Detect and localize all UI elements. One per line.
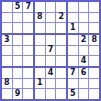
cell-r1c5[interactable] xyxy=(46,2,56,12)
cell-r5c5[interactable]: 7 xyxy=(46,46,56,56)
cell-r5c2[interactable] xyxy=(13,46,23,56)
cell-r5c4[interactable] xyxy=(35,46,45,56)
cell-r7c9[interactable] xyxy=(89,68,99,78)
cell-r6c4[interactable] xyxy=(35,56,45,66)
cell-r9c9[interactable] xyxy=(89,89,99,99)
cell-r4c9[interactable]: 8 xyxy=(89,35,99,45)
cell-r1c7[interactable] xyxy=(68,2,78,12)
cell-r3c5[interactable] xyxy=(46,23,56,33)
cell-r3c9[interactable] xyxy=(89,23,99,33)
cell-r2c3[interactable] xyxy=(23,13,33,23)
cell-r6c1[interactable] xyxy=(2,56,12,66)
cell-r6c7[interactable] xyxy=(68,56,78,66)
sudoku-block-8: 41 xyxy=(35,68,66,99)
cell-r9c1[interactable] xyxy=(2,89,12,99)
cell-r2c4[interactable]: 8 xyxy=(35,13,45,23)
cell-r6c5[interactable] xyxy=(46,56,56,66)
cell-r8c2[interactable] xyxy=(13,79,23,89)
cell-r3c1[interactable] xyxy=(2,23,12,33)
cell-r7c3[interactable] xyxy=(23,68,33,78)
cell-r8c8[interactable] xyxy=(79,79,89,89)
cell-r5c1[interactable] xyxy=(2,46,12,56)
cell-r4c7[interactable] xyxy=(68,35,78,45)
cell-r3c3[interactable] xyxy=(23,23,33,33)
cell-r7c7[interactable]: 7 xyxy=(68,68,78,78)
sudoku-block-4: 3 xyxy=(2,35,33,66)
cell-r1c8[interactable] xyxy=(79,2,89,12)
cell-r1c1[interactable] xyxy=(2,2,12,12)
cell-r8c9[interactable] xyxy=(89,79,99,89)
cell-r2c1[interactable] xyxy=(2,13,12,23)
cell-r3c8[interactable] xyxy=(79,23,89,33)
cell-r9c8[interactable] xyxy=(79,89,89,99)
cell-r4c2[interactable] xyxy=(13,35,23,45)
cell-r4c4[interactable] xyxy=(35,35,45,45)
sudoku-block-6: 284 xyxy=(68,35,99,66)
cell-r2c7[interactable] xyxy=(68,13,78,23)
cell-r6c9[interactable] xyxy=(89,56,99,66)
cell-r5c8[interactable] xyxy=(79,46,89,56)
sudoku-block-2: 82 xyxy=(35,2,66,33)
cell-r8c5[interactable] xyxy=(46,79,56,89)
cell-r3c7[interactable]: 1 xyxy=(68,23,78,33)
cell-r6c2[interactable] xyxy=(13,56,23,66)
cell-r7c1[interactable] xyxy=(2,68,12,78)
cell-r9c6[interactable] xyxy=(56,89,66,99)
cell-r4c6[interactable] xyxy=(56,35,66,45)
cell-r3c2[interactable] xyxy=(13,23,23,33)
cell-r4c1[interactable]: 3 xyxy=(2,35,12,45)
cell-r2c8[interactable] xyxy=(79,13,89,23)
cell-r4c5[interactable] xyxy=(46,35,56,45)
cell-r1c9[interactable] xyxy=(89,2,99,12)
cell-r5c9[interactable] xyxy=(89,46,99,56)
cell-r4c3[interactable] xyxy=(23,35,33,45)
cell-r5c3[interactable] xyxy=(23,46,33,56)
cell-r3c4[interactable] xyxy=(35,23,45,33)
cell-r1c3[interactable]: 7 xyxy=(23,2,33,12)
cell-r2c5[interactable] xyxy=(46,13,56,23)
cell-r5c6[interactable] xyxy=(56,46,66,56)
cell-r4c8[interactable]: 2 xyxy=(79,35,89,45)
sudoku-block-3: 1 xyxy=(68,2,99,33)
cell-r9c7[interactable]: 5 xyxy=(68,89,78,99)
cell-r9c3[interactable] xyxy=(23,89,33,99)
cell-r9c5[interactable] xyxy=(46,89,56,99)
sudoku-block-9: 765 xyxy=(68,68,99,99)
sudoku-block-7: 89 xyxy=(2,68,33,99)
cell-r9c2[interactable]: 9 xyxy=(13,89,23,99)
cell-r3c6[interactable] xyxy=(56,23,66,33)
sudoku-block-5: 7 xyxy=(35,35,66,66)
cell-r7c5[interactable]: 4 xyxy=(46,68,56,78)
cell-r6c6[interactable] xyxy=(56,56,66,66)
cell-r8c3[interactable] xyxy=(23,79,33,89)
sudoku-block-1: 57 xyxy=(2,2,33,33)
cell-r9c4[interactable] xyxy=(35,89,45,99)
cell-r7c6[interactable] xyxy=(56,68,66,78)
cell-r2c2[interactable] xyxy=(13,13,23,23)
cell-r7c2[interactable] xyxy=(13,68,23,78)
cell-r1c4[interactable] xyxy=(35,2,45,12)
cell-r1c6[interactable] xyxy=(56,2,66,12)
cell-r8c7[interactable] xyxy=(68,79,78,89)
cell-r1c2[interactable]: 5 xyxy=(13,2,23,12)
cell-r6c3[interactable] xyxy=(23,56,33,66)
cell-r8c4[interactable]: 1 xyxy=(35,79,45,89)
cell-r8c1[interactable]: 8 xyxy=(2,79,12,89)
cell-r2c6[interactable]: 2 xyxy=(56,13,66,23)
cell-r5c7[interactable] xyxy=(68,46,78,56)
sudoku-board: 57821372848941765 xyxy=(0,0,101,101)
cell-r6c8[interactable]: 4 xyxy=(79,56,89,66)
cell-r7c8[interactable]: 6 xyxy=(79,68,89,78)
cell-r2c9[interactable] xyxy=(89,13,99,23)
cell-r7c4[interactable] xyxy=(35,68,45,78)
cell-r8c6[interactable] xyxy=(56,79,66,89)
